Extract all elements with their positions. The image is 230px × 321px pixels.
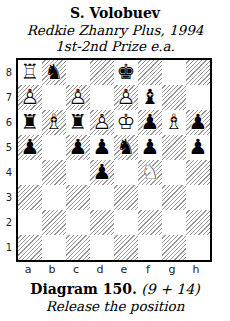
caption-material: (9 + 14)	[141, 281, 199, 297]
square-h1[interactable]	[186, 235, 210, 260]
piece-glyph: ♟	[90, 160, 114, 185]
piece-glyph: ♟	[138, 110, 162, 135]
piece-glyph: ♙	[114, 85, 138, 110]
square-g5[interactable]	[162, 135, 186, 160]
caption-stipulation: Release the position	[0, 298, 230, 314]
rank-label-6: 6	[0, 110, 16, 135]
board-area: 87654321 ♜♖♞♞♚♚♟♙♟♙♟♙♝♝♜♜♝♗♜♜♟♙♚♔♟♟♝♗♟♟♟…	[0, 58, 230, 262]
square-g7[interactable]	[162, 85, 186, 110]
white-knight-f4[interactable]: ♞♘	[138, 160, 162, 185]
square-d2[interactable]	[90, 210, 114, 235]
white-bishop-g6[interactable]: ♝♗	[162, 110, 186, 135]
square-b4[interactable]	[42, 160, 66, 185]
black-bishop-f7[interactable]: ♝♝	[138, 85, 162, 110]
square-c3[interactable]	[66, 185, 90, 210]
piece-glyph: ♘	[138, 160, 162, 185]
black-king-e8[interactable]: ♚♚	[114, 60, 138, 85]
square-g4[interactable]	[162, 160, 186, 185]
file-label-f: f	[136, 263, 160, 276]
square-b5[interactable]	[42, 135, 66, 160]
diagram-caption: Diagram 150. (9 + 14)	[0, 281, 230, 297]
piece-glyph: ♔	[114, 110, 138, 135]
square-e2[interactable]	[114, 210, 138, 235]
file-label-g: g	[160, 263, 184, 276]
black-pawn-h5[interactable]: ♟♟	[186, 135, 210, 160]
square-h5[interactable]: ♟♟	[186, 135, 210, 160]
square-e1[interactable]	[114, 235, 138, 260]
white-pawn-a7[interactable]: ♟♙	[18, 85, 42, 110]
square-a4[interactable]	[18, 160, 42, 185]
square-b1[interactable]	[42, 235, 66, 260]
composer-name: S. Volobuev	[0, 6, 230, 22]
black-rook-c6[interactable]: ♜♜	[66, 110, 90, 135]
square-e4[interactable]	[114, 160, 138, 185]
source-publication: Redkie Zhanry Plus, 1994	[0, 23, 230, 38]
file-label-e: e	[112, 263, 136, 276]
square-f6[interactable]: ♟♟	[138, 110, 162, 135]
square-h3[interactable]	[186, 185, 210, 210]
square-a5[interactable]: ♟♟	[18, 135, 42, 160]
square-f8[interactable]	[138, 60, 162, 85]
piece-glyph: ♙	[66, 85, 90, 110]
white-bishop-b6[interactable]: ♝♗	[42, 110, 66, 135]
square-e7[interactable]: ♟♙	[114, 85, 138, 110]
piece-glyph: ♗	[42, 110, 66, 135]
black-pawn-a5[interactable]: ♟♟	[18, 135, 42, 160]
square-a7[interactable]: ♟♙	[18, 85, 42, 110]
square-d6[interactable]: ♟♙	[90, 110, 114, 135]
square-f1[interactable]	[138, 235, 162, 260]
file-label-b: b	[40, 263, 64, 276]
square-h4[interactable]	[186, 160, 210, 185]
square-h8[interactable]	[186, 60, 210, 85]
file-label-d: d	[88, 263, 112, 276]
piece-glyph: ♖	[18, 60, 42, 85]
square-f4[interactable]: ♞♘	[138, 160, 162, 185]
square-d8[interactable]	[90, 60, 114, 85]
square-g8[interactable]	[162, 60, 186, 85]
rank-label-1: 1	[0, 235, 16, 260]
rank-label-4: 4	[0, 160, 16, 185]
black-pawn-h6[interactable]: ♟♟	[186, 110, 210, 135]
piece-glyph: ♟	[90, 135, 114, 160]
piece-glyph: ♞	[114, 135, 138, 160]
square-c1[interactable]	[66, 235, 90, 260]
white-pawn-d6[interactable]: ♟♙	[90, 110, 114, 135]
square-e3[interactable]	[114, 185, 138, 210]
black-pawn-f5[interactable]: ♟♟	[138, 135, 162, 160]
square-c4[interactable]	[66, 160, 90, 185]
piece-glyph: ♟	[138, 135, 162, 160]
square-b6[interactable]: ♝♗	[42, 110, 66, 135]
black-pawn-d4[interactable]: ♟♟	[90, 160, 114, 185]
black-knight-b8[interactable]: ♞♞	[42, 60, 66, 85]
piece-glyph: ♙	[90, 110, 114, 135]
white-pawn-c7[interactable]: ♟♙	[66, 85, 90, 110]
rank-label-5: 5	[0, 135, 16, 160]
square-d1[interactable]	[90, 235, 114, 260]
square-f3[interactable]	[138, 185, 162, 210]
square-b3[interactable]	[42, 185, 66, 210]
prize-line: 1st-2nd Prize e.a.	[0, 39, 230, 54]
square-e5[interactable]: ♞♞	[114, 135, 138, 160]
caption-title: Diagram 150.	[30, 281, 137, 297]
square-d5[interactable]: ♟♟	[90, 135, 114, 160]
square-e6[interactable]: ♚♔	[114, 110, 138, 135]
chess-board[interactable]: ♜♖♞♞♚♚♟♙♟♙♟♙♝♝♜♜♝♗♜♜♟♙♚♔♟♟♝♗♟♟♟♟♟♟♟♟♞♞♟♟…	[16, 58, 212, 262]
rank-label-8: 8	[0, 60, 16, 85]
white-rook-a8[interactable]: ♜♖	[18, 60, 42, 85]
square-b8[interactable]: ♞♞	[42, 60, 66, 85]
square-b2[interactable]	[42, 210, 66, 235]
square-g2[interactable]	[162, 210, 186, 235]
white-king-e6[interactable]: ♚♔	[114, 110, 138, 135]
piece-glyph: ♟	[186, 110, 210, 135]
black-pawn-f6[interactable]: ♟♟	[138, 110, 162, 135]
square-c2[interactable]	[66, 210, 90, 235]
square-f5[interactable]: ♟♟	[138, 135, 162, 160]
square-f7[interactable]: ♝♝	[138, 85, 162, 110]
piece-glyph: ♚	[114, 60, 138, 85]
square-h2[interactable]	[186, 210, 210, 235]
black-knight-e5[interactable]: ♞♞	[114, 135, 138, 160]
square-d7[interactable]	[90, 85, 114, 110]
file-label-a: a	[16, 263, 40, 276]
black-rook-a6[interactable]: ♜♜	[18, 110, 42, 135]
diagram-header: S. Volobuev Redkie Zhanry Plus, 1994 1st…	[0, 0, 230, 54]
square-a3[interactable]	[18, 185, 42, 210]
piece-glyph: ♟	[186, 135, 210, 160]
file-label-h: h	[184, 263, 208, 276]
square-d4[interactable]: ♟♟	[90, 160, 114, 185]
piece-glyph: ♟	[66, 135, 90, 160]
piece-glyph: ♜	[66, 110, 90, 135]
square-h7[interactable]	[186, 85, 210, 110]
piece-glyph: ♗	[162, 110, 186, 135]
square-e8[interactable]: ♚♚	[114, 60, 138, 85]
square-a1[interactable]	[18, 235, 42, 260]
white-pawn-e7[interactable]: ♟♙	[114, 85, 138, 110]
square-a6[interactable]: ♜♜	[18, 110, 42, 135]
square-g3[interactable]	[162, 185, 186, 210]
black-pawn-d5[interactable]: ♟♟	[90, 135, 114, 160]
square-g6[interactable]: ♝♗	[162, 110, 186, 135]
square-a2[interactable]	[18, 210, 42, 235]
piece-glyph: ♜	[18, 110, 42, 135]
square-c6[interactable]: ♜♜	[66, 110, 90, 135]
square-c5[interactable]: ♟♟	[66, 135, 90, 160]
square-h6[interactable]: ♟♟	[186, 110, 210, 135]
file-labels: abcdefgh	[16, 263, 230, 276]
square-c7[interactable]: ♟♙	[66, 85, 90, 110]
rank-label-7: 7	[0, 85, 16, 110]
file-label-c: c	[64, 263, 88, 276]
square-a8[interactable]: ♜♖	[18, 60, 42, 85]
piece-glyph: ♙	[18, 85, 42, 110]
square-b7[interactable]	[42, 85, 66, 110]
square-f2[interactable]	[138, 210, 162, 235]
square-d3[interactable]	[90, 185, 114, 210]
rank-labels: 87654321	[0, 58, 16, 262]
black-pawn-c5[interactable]: ♟♟	[66, 135, 90, 160]
piece-glyph: ♞	[42, 60, 66, 85]
square-g1[interactable]	[162, 235, 186, 260]
square-c8[interactable]	[66, 60, 90, 85]
rank-label-3: 3	[0, 185, 16, 210]
piece-glyph: ♟	[18, 135, 42, 160]
piece-glyph: ♝	[138, 85, 162, 110]
rank-label-2: 2	[0, 210, 16, 235]
